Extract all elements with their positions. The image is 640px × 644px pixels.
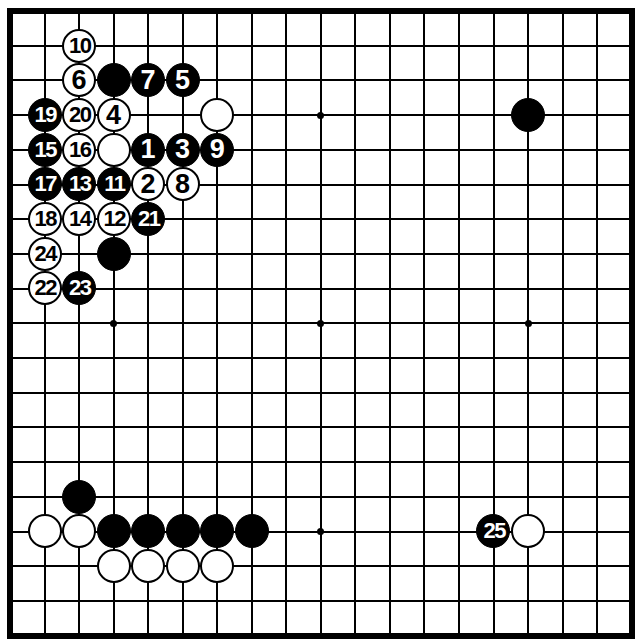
stone-black-move-9: 9 bbox=[200, 133, 234, 167]
move-number-label: 3 bbox=[175, 136, 190, 163]
stone-black-move-11: 11 bbox=[97, 167, 131, 201]
stone-black-setup bbox=[166, 514, 200, 548]
stone-black-move-21: 21 bbox=[131, 202, 165, 236]
stone-white-setup bbox=[200, 98, 234, 132]
move-number-label: 22 bbox=[35, 277, 56, 299]
stone-black-setup bbox=[200, 514, 234, 548]
move-number-label: 16 bbox=[69, 139, 90, 161]
stone-black-setup bbox=[511, 98, 545, 132]
go-diagram-page: 1234567891011121314151617181920212223242… bbox=[0, 0, 640, 644]
stone-white-move-10: 10 bbox=[62, 29, 96, 63]
go-board: 1234567891011121314151617181920212223242… bbox=[7, 8, 635, 639]
stone-white-move-14: 14 bbox=[62, 202, 96, 236]
move-number-label: 11 bbox=[104, 173, 124, 195]
move-number-label: 8 bbox=[175, 171, 190, 198]
stone-white-setup bbox=[97, 133, 131, 167]
stone-black-move-1: 1 bbox=[131, 133, 165, 167]
move-number-label: 4 bbox=[106, 102, 121, 129]
stone-white-setup bbox=[511, 514, 545, 548]
stone-white-setup bbox=[62, 514, 96, 548]
move-number-label: 23 bbox=[69, 277, 90, 299]
stone-black-move-7: 7 bbox=[131, 63, 165, 97]
move-number-label: 24 bbox=[35, 243, 56, 265]
stone-black-move-5: 5 bbox=[166, 63, 200, 97]
stone-black-setup bbox=[131, 514, 165, 548]
move-number-label: 21 bbox=[138, 208, 159, 230]
stone-black-move-23: 23 bbox=[62, 271, 96, 305]
stone-black-setup bbox=[97, 514, 131, 548]
stone-white-move-4: 4 bbox=[97, 98, 131, 132]
stone-black-move-17: 17 bbox=[28, 167, 62, 201]
stone-black-move-3: 3 bbox=[166, 133, 200, 167]
stone-white-move-2: 2 bbox=[131, 167, 165, 201]
move-number-label: 20 bbox=[69, 104, 90, 126]
move-number-label: 14 bbox=[69, 208, 90, 230]
move-number-label: 1 bbox=[141, 136, 156, 163]
move-number-label: 6 bbox=[72, 67, 87, 94]
move-number-label: 7 bbox=[141, 67, 156, 94]
stone-black-setup bbox=[97, 63, 131, 97]
stone-black-setup bbox=[97, 237, 131, 271]
stone-black-move-19: 19 bbox=[28, 98, 62, 132]
stone-white-setup bbox=[97, 549, 131, 583]
move-number-label: 18 bbox=[35, 208, 56, 230]
move-number-label: 12 bbox=[104, 208, 125, 230]
stone-white-move-20: 20 bbox=[62, 98, 96, 132]
move-number-label: 15 bbox=[35, 139, 56, 161]
stone-white-move-16: 16 bbox=[62, 133, 96, 167]
move-number-label: 10 bbox=[69, 35, 90, 57]
stone-white-move-6: 6 bbox=[62, 63, 96, 97]
stone-white-setup bbox=[200, 549, 234, 583]
stone-black-move-25: 25 bbox=[476, 514, 510, 548]
stone-black-move-13: 13 bbox=[62, 167, 96, 201]
stone-white-setup bbox=[131, 549, 165, 583]
move-number-label: 17 bbox=[35, 173, 56, 195]
stone-white-move-22: 22 bbox=[28, 271, 62, 305]
move-number-label: 2 bbox=[141, 171, 156, 198]
move-number-label: 9 bbox=[210, 136, 225, 163]
stone-white-move-18: 18 bbox=[28, 202, 62, 236]
move-number-label: 25 bbox=[483, 520, 504, 542]
move-number-label: 13 bbox=[69, 173, 90, 195]
stone-white-setup bbox=[28, 514, 62, 548]
stone-black-move-15: 15 bbox=[28, 133, 62, 167]
move-number-label: 5 bbox=[175, 67, 190, 94]
stone-white-setup bbox=[166, 549, 200, 583]
stone-white-move-12: 12 bbox=[97, 202, 131, 236]
stone-white-move-24: 24 bbox=[28, 237, 62, 271]
stones-layer: 1234567891011121314151617181920212223242… bbox=[0, 0, 640, 644]
stone-black-setup bbox=[62, 480, 96, 514]
stone-white-move-8: 8 bbox=[166, 167, 200, 201]
stone-black-setup bbox=[235, 514, 269, 548]
move-number-label: 19 bbox=[35, 104, 56, 126]
